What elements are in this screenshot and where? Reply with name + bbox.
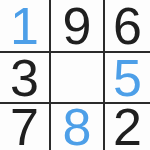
sudoku-cell-r2c2[interactable] [51, 53, 105, 104]
sudoku-cell-r3c3[interactable]: 2 [105, 104, 150, 150]
sudoku-cell-r3c2[interactable]: 8 [51, 104, 105, 150]
sudoku-cell-r1c3[interactable]: 6 [105, 0, 150, 53]
sudoku-board: 1 9 6 3 5 7 8 2 [0, 0, 150, 150]
sudoku-cell-r1c2[interactable]: 9 [51, 0, 105, 53]
sudoku-cell-r2c3[interactable]: 5 [105, 53, 150, 104]
sudoku-cell-r1c1[interactable]: 1 [0, 0, 51, 53]
sudoku-cell-r3c1[interactable]: 7 [0, 104, 51, 150]
sudoku-cell-r2c1[interactable]: 3 [0, 53, 51, 104]
